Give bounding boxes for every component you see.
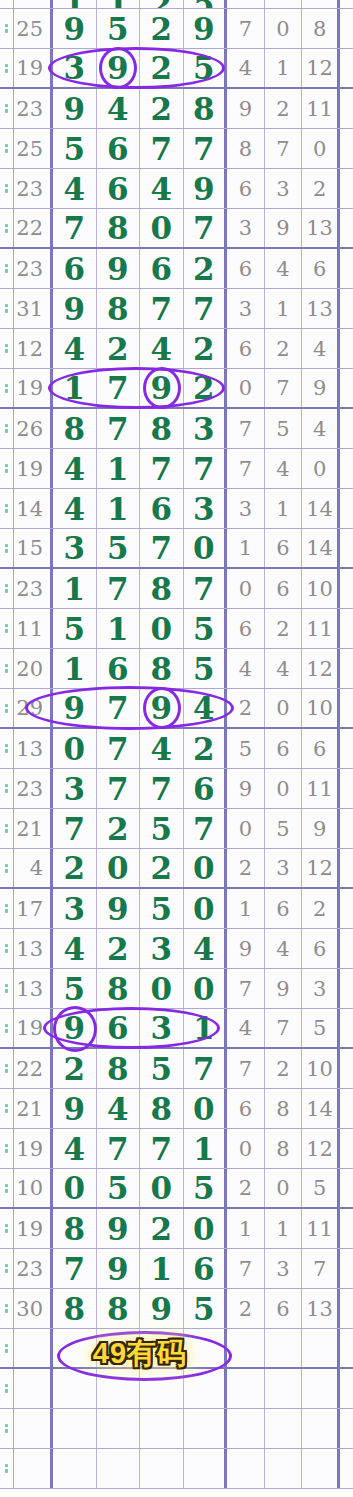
lotto-digit-cell-value: 7 [107,690,129,726]
sum-cell: 13 [14,729,53,768]
lotto-digit-cell-value: 9 [150,690,172,726]
lotto-digit-cell-value: 6 [107,1010,129,1046]
lotto-digit-cell-value: 0 [193,891,215,927]
sum-cell-value: 29 [16,696,43,720]
stat-cell [265,1449,303,1488]
right-cut-column-cell [340,289,353,328]
green-tick-mark [5,544,8,553]
stat-cell-value: 2 [276,1057,289,1081]
stat-cell: 6 [265,889,303,928]
lotto-digit-cell: 7 [140,529,184,567]
left-cut-column-cell [0,849,14,887]
stat-cell: 4 [265,449,303,488]
lotto-digit-cell-value: 2 [63,1051,85,1087]
stat-cell: 1 [227,529,265,567]
sum-cell: 22 [14,209,53,247]
stat-cell-value: 3 [239,297,252,321]
sum-cell [14,1329,53,1367]
lotto-digit-cell: 7 [97,369,141,407]
sum-cell: 23 [14,569,53,608]
stat-cell: 0 [302,129,340,168]
lotto-digit-cell-value: 4 [150,731,172,767]
lotto-digit-cell: 3 [53,529,97,567]
lotto-digit-cell: 8 [140,1089,184,1128]
stat-cell-value: 7 [239,457,252,481]
stat-cell [302,1449,340,1488]
lotto-digit-cell-value: 8 [107,971,129,1007]
stat-cell: 11 [302,769,340,808]
lotto-digit-cell: 2 [97,809,141,848]
stat-cell-value: 14 [306,1097,333,1121]
lotto-digit-cell: 8 [140,569,184,608]
lotto-digit-cell-value: 5 [150,891,172,927]
lotto-digit-cell: 9 [97,249,141,288]
lotto-digit-cell-value: 4 [63,451,85,487]
lotto-digit-cell-value: 4 [63,931,85,967]
lotto-digit-cell: 7 [184,809,228,848]
lotto-digit-cell-value: 5 [107,530,129,566]
stat-cell: 2 [302,169,340,208]
right-cut-column-cell [340,489,353,528]
lotto-digit-cell: 7 [97,1129,141,1168]
stat-cell: 5 [227,729,265,768]
lotto-digit-cell [140,1369,184,1408]
lotto-digit-cell-value: 6 [193,1251,215,1287]
lotto-digit-cell: 9 [140,689,184,727]
sum-cell: 19 [14,1129,53,1168]
lotto-digit-cell [184,1369,228,1408]
sum-cell: 13 [14,929,53,968]
green-tick-mark [5,1344,8,1353]
stat-cell: 6 [265,1289,303,1328]
stat-cell: 8 [265,1089,303,1128]
green-tick-mark [5,1144,8,1153]
green-tick-mark [5,784,8,793]
stat-cell [227,1409,265,1448]
lotto-digit-cell-value: 5 [107,1170,129,1206]
right-cut-column-cell [340,49,353,87]
lotto-digit-cell: 4 [140,729,184,768]
stat-cell-value: 5 [239,737,252,761]
lotto-digit-cell: 9 [97,1209,141,1248]
green-tick-mark [5,64,8,73]
right-cut-column-cell [340,409,353,448]
lotto-digit-cell: 0 [53,729,97,768]
sum-cell-value: 21 [16,1097,43,1121]
lotto-digit-cell: 6 [97,129,141,168]
lotto-digit-cell-value: 2 [107,331,129,367]
stat-cell: 4 [227,649,265,688]
left-cut-column-cell [0,609,14,648]
lotto-digit-cell-value: 7 [63,811,85,847]
table-row: 1535701614 [0,529,353,569]
left-cut-column-cell [0,0,14,9]
right-cut-column-cell [340,369,353,407]
stat-cell: 2 [265,1049,303,1088]
lottery-grid: 1125259529708193925411223942892112556778… [0,0,353,1489]
lotto-digit-cell: 8 [184,89,228,128]
lotto-digit-cell: 7 [184,569,228,608]
lotto-digit-cell [140,1409,184,1448]
lotto-digit-cell: 6 [97,649,141,688]
stat-cell: 6 [265,569,303,608]
lotto-digit-cell: 4 [53,329,97,368]
lotto-digit-cell: 7 [97,729,141,768]
lotto-digit-cell: 9 [53,689,97,727]
left-cut-column-cell [0,689,14,727]
stat-cell-value: 8 [276,1097,289,1121]
stat-cell-value: 9 [276,977,289,1001]
stat-cell-value: 5 [276,817,289,841]
sum-cell-value: 20 [16,657,43,681]
table-row: 2228577210 [0,1049,353,1089]
left-cut-column-cell [0,9,14,48]
stat-cell-value: 7 [276,376,289,400]
lotto-digit-cell-value: 7 [63,1251,85,1287]
lotto-digit-cell-value: 7 [193,131,215,167]
stat-cell-value: 11 [306,1217,333,1241]
lotto-digit-cell: 7 [184,129,228,168]
lotto-digit-cell: 7 [97,569,141,608]
table-row: 173950162 [0,889,353,929]
stat-cell [265,1369,303,1408]
stat-cell: 4 [265,929,303,968]
lotto-digit-cell-value: 2 [193,731,215,767]
sum-cell: 23 [14,169,53,208]
banner-text: 49有码 [53,1334,227,1374]
sum-cell-value: 23 [16,577,43,601]
lotto-digit-cell-value: 7 [150,530,172,566]
lotto-digit-cell: 7 [140,289,184,328]
stat-cell: 7 [227,969,265,1008]
stat-cell: 2 [227,1289,265,1328]
stat-cell: 7 [265,129,303,168]
lotto-digit-cell: 4 [184,929,228,968]
lotto-digit-cell: 2 [184,369,228,407]
lotto-digit-cell-value: 7 [107,731,129,767]
lotto-digit-cell: 2 [140,0,184,9]
lotto-digit-cell: 2 [140,49,184,87]
right-cut-column-cell [340,9,353,48]
lotto-digit-cell: 4 [184,689,228,727]
stat-cell-value: 13 [306,297,333,321]
stat-cell-value: 9 [239,937,252,961]
lotto-digit-cell [184,1409,228,1448]
stat-cell [302,1329,340,1367]
sum-cell: 14 [14,489,53,528]
green-tick-mark [5,664,8,673]
green-tick-mark [5,1104,8,1113]
lotto-digit-cell-value: 9 [107,891,129,927]
lotto-digit-cell-value: 7 [107,771,129,807]
lotto-digit-cell: 9 [53,289,97,328]
sum-cell-value: 10 [16,1176,43,1200]
stat-cell-value: 7 [239,1257,252,1281]
lotto-digit-cell-value: 9 [63,11,85,47]
stat-cell-value: 14 [306,536,333,560]
lotto-digit-cell: 6 [97,1009,141,1047]
stat-cell: 13 [302,1289,340,1328]
green-tick-mark [5,304,8,313]
lotto-digit-cell-value: 6 [107,131,129,167]
stat-cell-value: 1 [239,897,252,921]
table-row: 3198773113 [0,289,353,329]
stat-cell: 8 [265,1129,303,1168]
stat-cell: 8 [302,9,340,48]
lotto-digit-cell: 9 [97,49,141,87]
stat-cell-value: 2 [313,897,326,921]
sum-cell: 23 [14,1249,53,1288]
stat-cell-value: 4 [239,56,252,80]
lotto-digit-cell: 8 [97,289,141,328]
lotto-digit-cell: 0 [97,849,141,887]
stat-cell: 4 [227,49,265,87]
lotto-digit-cell-value: 4 [107,91,129,127]
lotto-digit-cell [97,1449,141,1488]
lotto-digit-cell: 7 [53,809,97,848]
table-row: 199631475 [0,1009,353,1049]
lotto-digit-cell-value: 4 [193,690,215,726]
stat-cell-value: 11 [306,777,333,801]
left-cut-column-cell [0,209,14,247]
stat-cell: 1 [265,289,303,328]
sum-cell: 21 [14,809,53,848]
lotto-digit-cell: 5 [184,609,228,648]
stat-cell: 0 [265,9,303,48]
lotto-digit-cell-value: 1 [63,571,85,607]
stat-cell-value: 2 [313,177,326,201]
lotto-digit-cell-value: 5 [193,651,215,687]
stat-cell-value: 6 [276,1297,289,1321]
bottom-margin [0,1489,353,1497]
lotto-digit-cell: 5 [97,529,141,567]
left-cut-column-cell [0,929,14,968]
lotto-digit-cell-value: 2 [150,1211,172,1247]
left-cut-column-cell [0,49,14,87]
lotto-digit-cell-value: 9 [193,171,215,207]
stat-cell-value: 0 [313,137,326,161]
stat-cell-value: 0 [313,457,326,481]
table-row: 2016854412 [0,649,353,689]
green-tick-mark [5,344,8,353]
right-cut-column-cell [340,1209,353,1248]
lotto-digit-cell: 8 [97,1049,141,1088]
lotto-digit-cell-value: 5 [63,131,85,167]
empty-row [0,1449,353,1489]
lotto-digit-cell-value: 7 [193,451,215,487]
right-cut-column-cell [340,929,353,968]
lotto-digit-cell: 4 [140,329,184,368]
stat-cell: 4 [302,409,340,448]
green-tick-mark [5,144,8,153]
lotto-digit-cell-value: 7 [193,210,215,246]
lotto-digit-cell: 4 [53,489,97,528]
right-cut-column-cell [340,729,353,768]
lotto-digit-cell-value: 9 [63,1010,85,1046]
stat-cell-value: 12 [306,56,333,80]
green-tick-mark [5,944,8,953]
table-row: 2194806814 [0,1089,353,1129]
lotto-digit-cell-value: 8 [193,91,215,127]
stat-cell: 7 [265,1009,303,1047]
green-tick-mark [5,424,8,433]
stat-cell: 1 [265,49,303,87]
table-row: 1947710812 [0,1129,353,1169]
stat-cell-value: 2 [276,617,289,641]
sum-cell-value: 13 [16,937,43,961]
sum-cell-value: 22 [16,1057,43,1081]
lotto-digit-cell: 9 [140,1289,184,1328]
lotto-digit-cell-value: 2 [150,50,172,86]
lotto-digit-cell: 5 [184,0,228,9]
stat-cell-value: 0 [239,376,252,400]
lotto-digit-cell-value: 1 [150,1251,172,1287]
left-cut-column-cell [0,969,14,1008]
right-cut-column-cell [340,209,353,247]
stat-cell-value: 1 [276,297,289,321]
lotto-digit-cell-value: 8 [63,1291,85,1327]
lotto-digit-cell: 7 [97,409,141,448]
stat-cell: 0 [227,1129,265,1168]
stat-cell: 11 [302,1209,340,1248]
lotto-digit-cell-value: 6 [107,651,129,687]
stat-cell: 11 [302,89,340,128]
left-cut-column-cell [0,1449,14,1488]
lotto-digit-cell: 3 [140,1009,184,1047]
lotto-digit-cell-value: 2 [107,931,129,967]
lotto-digit-cell-value: 0 [63,1170,85,1206]
sum-cell-value: 21 [16,817,43,841]
stat-cell-value: 3 [239,497,252,521]
table-row: 191792079 [0,369,353,409]
table-row: 134234946 [0,929,353,969]
green-tick-mark [5,864,8,873]
green-tick-mark [5,1464,8,1473]
lotto-digit-cell: 1 [53,0,97,9]
stat-cell: 5 [302,1009,340,1047]
stat-cell: 6 [227,329,265,368]
table-row: 234649632 [0,169,353,209]
stat-cell-value: 7 [276,1016,289,1040]
sum-cell: 13 [14,969,53,1008]
green-tick-mark [5,1224,8,1233]
stat-cell-value: 12 [306,856,333,880]
stat-cell: 10 [302,689,340,727]
sum-cell-value: 25 [16,137,43,161]
stat-cell: 6 [302,729,340,768]
sum-cell-value: 13 [16,737,43,761]
green-tick-mark [5,744,8,753]
left-cut-column-cell [0,1249,14,1288]
green-tick-mark [5,384,8,393]
sum-cell-value: 4 [30,856,43,880]
table-row: 1939254112 [0,49,353,89]
stat-cell-value: 7 [239,17,252,41]
lotto-digit-cell-value: 9 [193,11,215,47]
stat-cell-value: 4 [276,457,289,481]
table-row: 237916737 [0,1249,353,1289]
stat-cell: 7 [227,409,265,448]
stat-cell: 6 [227,609,265,648]
lotto-digit-cell-value: 5 [63,611,85,647]
lotto-digit-cell-value: 9 [63,291,85,327]
green-tick-mark [5,704,8,713]
sum-cell: 23 [14,769,53,808]
lotto-digit-cell: 9 [140,369,184,407]
right-cut-column-cell [340,1449,353,1488]
right-cut-column-cell [340,569,353,608]
stat-cell [302,0,340,9]
table-row: 1151056211 [0,609,353,649]
sum-cell-value: 23 [16,177,43,201]
lotto-digit-cell: 1 [97,0,141,9]
sum-cell-value: 23 [16,257,43,281]
lotto-digit-cell-value: 8 [107,291,129,327]
lotto-digit-cell-value: 1 [63,370,85,406]
lotto-digit-cell-value: 0 [150,971,172,1007]
stat-cell: 4 [227,1009,265,1047]
stat-cell: 13 [302,209,340,247]
stat-cell: 9 [265,969,303,1008]
stat-cell: 3 [227,289,265,328]
green-tick-mark [5,824,8,833]
stat-cell-value: 2 [276,97,289,121]
left-cut-column-cell [0,1409,14,1448]
lotto-digit-cell: 4 [140,169,184,208]
left-cut-column-cell [0,129,14,168]
lotto-digit-cell-value: 7 [193,1051,215,1087]
sum-cell-value: 30 [16,1297,43,1321]
stat-cell-value: 0 [276,777,289,801]
left-cut-column-cell [0,1009,14,1047]
stat-cell-value: 14 [306,497,333,521]
stat-cell-value: 2 [239,1176,252,1200]
stat-cell-value: 10 [306,577,333,601]
stat-cell-value: 5 [313,1176,326,1200]
lotto-digit-cell-value: 7 [150,1131,172,1167]
left-cut-column-cell [0,169,14,208]
lotto-digit-cell: 0 [184,1089,228,1128]
sum-cell: 19 [14,449,53,488]
stat-cell: 1 [265,1209,303,1248]
stat-cell-value: 6 [276,897,289,921]
stat-cell-value: 3 [276,856,289,880]
lotto-digit-cell: 1 [53,569,97,608]
left-cut-column-cell [0,529,14,567]
lotto-digit-cell [140,1449,184,1488]
stat-cell: 4 [302,329,340,368]
right-cut-column-cell [340,1249,353,1288]
sum-cell-value: 19 [16,56,43,80]
lotto-digit-cell: 1 [53,369,97,407]
table-row: 1441633114 [0,489,353,529]
stat-cell-value: 1 [276,1217,289,1241]
lotto-digit-cell: 3 [53,889,97,928]
right-cut-column-cell [340,1369,353,1408]
stat-cell-value: 9 [313,376,326,400]
stat-cell-value: 8 [276,1137,289,1161]
stat-cell: 0 [227,369,265,407]
table-row: 3088952613 [0,1289,353,1329]
lotto-digit-cell-value: 9 [63,690,85,726]
sum-cell-value: 17 [16,897,43,921]
lotto-digit-cell-value: 0 [193,971,215,1007]
stat-cell-value: 13 [306,216,333,240]
lotto-digit-cell-value: 3 [150,1010,172,1046]
table-row: 2278073913 [0,209,353,249]
table-row: 236962646 [0,249,353,289]
stat-cell [227,1329,265,1367]
